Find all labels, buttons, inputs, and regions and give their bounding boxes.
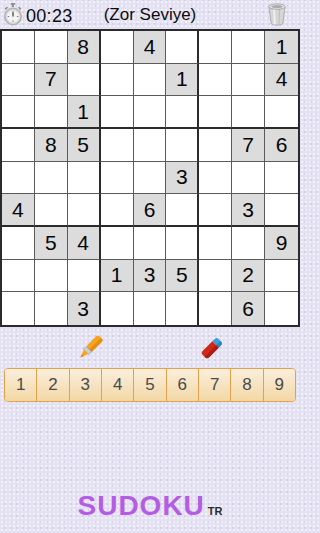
difficulty-title: (Zor Seviye) [0,5,300,25]
cell-r3c8[interactable] [232,96,265,129]
trash-button[interactable] [265,2,289,28]
app-logo: SUDOKU [77,490,204,521]
top-bar: 00:23 (Zor Seviye) [0,0,300,29]
cell-r9c1[interactable] [2,292,35,325]
cell-r7c9[interactable]: 9 [265,227,298,260]
cell-r1c4[interactable] [101,31,134,64]
cell-r9c3[interactable]: 3 [68,292,101,325]
trash-icon [266,14,288,29]
cell-r2c5[interactable] [134,64,167,97]
cell-r6c4[interactable] [101,194,134,227]
cell-r8c9[interactable] [265,260,298,293]
num-3-button[interactable]: 3 [70,369,102,401]
cell-r2c8[interactable] [232,64,265,97]
cell-r1c3[interactable]: 8 [68,31,101,64]
cell-r3c3[interactable]: 1 [68,96,101,129]
cell-r4c9[interactable]: 6 [265,129,298,162]
cell-r6c9[interactable] [265,194,298,227]
cell-r8c5[interactable]: 3 [134,260,167,293]
cell-r9c2[interactable] [35,292,68,325]
cell-r6c3[interactable] [68,194,101,227]
cell-r2c4[interactable] [101,64,134,97]
cell-r6c1[interactable]: 4 [2,194,35,227]
num-4-button[interactable]: 4 [102,369,134,401]
cell-r3c5[interactable] [134,96,167,129]
pencil-icon [75,352,105,367]
cell-r4c5[interactable] [134,129,167,162]
cell-r2c9[interactable]: 4 [265,64,298,97]
cell-r1c2[interactable] [35,31,68,64]
footer: SUDOKUTR [0,490,300,522]
cell-r8c8[interactable]: 2 [232,260,265,293]
cell-r7c6[interactable] [166,227,199,260]
cell-r1c5[interactable]: 4 [134,31,167,64]
cell-r8c6[interactable]: 5 [166,260,199,293]
eraser-button[interactable] [196,332,228,366]
cell-r5c3[interactable] [68,162,101,195]
cell-r9c4[interactable] [101,292,134,325]
num-8-button[interactable]: 8 [231,369,263,401]
sudoku-board: 841714185763463549135236 [0,29,300,327]
num-7-button[interactable]: 7 [199,369,231,401]
cell-r7c5[interactable] [134,227,167,260]
cell-r4c3[interactable]: 5 [68,129,101,162]
cell-r2c7[interactable] [199,64,232,97]
cell-r4c2[interactable]: 8 [35,129,68,162]
cell-r1c6[interactable] [166,31,199,64]
cell-r6c8[interactable]: 3 [232,194,265,227]
cell-r4c6[interactable] [166,129,199,162]
cell-r3c4[interactable] [101,96,134,129]
cell-r9c8[interactable]: 6 [232,292,265,325]
cell-r7c1[interactable] [2,227,35,260]
eraser-icon [197,352,227,367]
cell-r2c3[interactable] [68,64,101,97]
cell-r9c7[interactable] [199,292,232,325]
cell-r7c4[interactable] [101,227,134,260]
number-bar: 1 2 3 4 5 6 7 8 9 [4,368,296,402]
cell-r7c3[interactable]: 4 [68,227,101,260]
cell-r7c7[interactable] [199,227,232,260]
cell-r1c9[interactable]: 1 [265,31,298,64]
num-1-button[interactable]: 1 [5,369,37,401]
cell-r3c1[interactable] [2,96,35,129]
cell-r1c1[interactable] [2,31,35,64]
num-2-button[interactable]: 2 [37,369,69,401]
cell-r6c2[interactable] [35,194,68,227]
cell-r3c9[interactable] [265,96,298,129]
app-logo-suffix: TR [208,505,223,517]
cell-r4c1[interactable] [2,129,35,162]
cell-r7c8[interactable] [232,227,265,260]
cell-r2c1[interactable] [2,64,35,97]
cell-r5c5[interactable] [134,162,167,195]
cell-r9c6[interactable] [166,292,199,325]
cell-r1c8[interactable] [232,31,265,64]
cell-r4c4[interactable] [101,129,134,162]
cell-r3c2[interactable] [35,96,68,129]
cell-r2c6[interactable]: 1 [166,64,199,97]
cell-r9c9[interactable] [265,292,298,325]
num-6-button[interactable]: 6 [167,369,199,401]
cell-r2c2[interactable]: 7 [35,64,68,97]
tool-row [0,332,300,366]
cell-r3c7[interactable] [199,96,232,129]
cell-r5c7[interactable] [199,162,232,195]
cell-r5c6[interactable]: 3 [166,162,199,195]
cell-r5c1[interactable] [2,162,35,195]
cell-r5c9[interactable] [265,162,298,195]
cell-r4c7[interactable] [199,129,232,162]
cell-r8c1[interactable] [2,260,35,293]
pencil-button[interactable] [74,332,106,366]
cell-r8c3[interactable] [68,260,101,293]
cell-r4c8[interactable]: 7 [232,129,265,162]
cell-r5c4[interactable] [101,162,134,195]
num-5-button[interactable]: 5 [134,369,166,401]
cell-r6c6[interactable] [166,194,199,227]
cell-r5c2[interactable] [35,162,68,195]
cell-r8c4[interactable]: 1 [101,260,134,293]
cell-r3c6[interactable] [166,96,199,129]
cell-r1c7[interactable] [199,31,232,64]
cell-r8c7[interactable] [199,260,232,293]
cell-r9c5[interactable] [134,292,167,325]
cell-r5c8[interactable] [232,162,265,195]
cell-r8c2[interactable] [35,260,68,293]
num-9-button[interactable]: 9 [264,369,295,401]
cell-r6c5[interactable]: 6 [134,194,167,227]
cell-r6c7[interactable] [199,194,232,227]
cell-r7c2[interactable]: 5 [35,227,68,260]
